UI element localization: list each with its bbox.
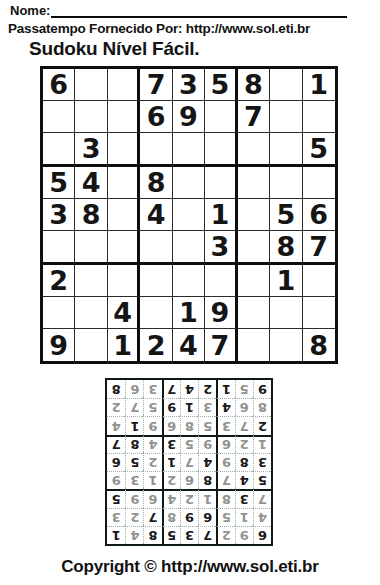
solution-cell: 7 xyxy=(216,471,234,489)
puzzle-cell: 8 xyxy=(270,231,302,265)
solution-cell: 9 xyxy=(216,453,234,471)
puzzle-cell xyxy=(173,265,205,297)
puzzle-cell: 8 xyxy=(75,199,107,231)
puzzle-cell xyxy=(205,133,237,167)
puzzle-cell: 8 xyxy=(238,69,270,101)
puzzle-cell xyxy=(270,69,302,101)
solution-cell: 9 xyxy=(162,398,180,416)
name-label: Nome: xyxy=(10,3,50,18)
puzzle-cell xyxy=(238,167,270,199)
puzzle-cell: 3 xyxy=(43,199,75,231)
puzzle-cell xyxy=(140,231,172,265)
solution-cell: 5 xyxy=(125,453,143,471)
solution-cell: 8 xyxy=(198,471,216,489)
puzzle-cell xyxy=(303,265,335,297)
puzzle-cell xyxy=(140,133,172,167)
solution-cell: 3 xyxy=(125,471,143,489)
puzzle-cell xyxy=(75,297,107,329)
solution-cell: 2 xyxy=(216,526,234,544)
solution-cell: 1 xyxy=(107,526,125,544)
solution-cell: 4 xyxy=(162,489,180,507)
name-underline xyxy=(51,3,347,18)
solution-cell: 1 xyxy=(125,416,143,434)
puzzle-cell xyxy=(75,265,107,297)
page-title: Sudoku Nível Fácil. xyxy=(29,38,199,60)
solution-cell: 2 xyxy=(125,508,143,526)
puzzle-cell xyxy=(108,101,140,133)
puzzle-cell: 3 xyxy=(205,231,237,265)
puzzle-cell xyxy=(173,133,205,167)
solution-cell: 8 xyxy=(143,526,161,544)
puzzle-cell xyxy=(270,101,302,133)
solution-cell: 5 xyxy=(235,380,253,398)
solution-cell: 8 xyxy=(216,489,234,507)
solution-cell: 8 xyxy=(235,453,253,471)
solution-cell: 3 xyxy=(216,416,234,434)
solution-cell: 2 xyxy=(162,471,180,489)
puzzle-cell xyxy=(43,231,75,265)
puzzle-cell xyxy=(108,199,140,231)
puzzle-cell: 8 xyxy=(140,167,172,199)
solution-cell: 2 xyxy=(235,435,253,453)
solution-cell: 5 xyxy=(107,489,125,507)
puzzle-cell xyxy=(108,265,140,297)
puzzle-cell: 7 xyxy=(303,231,335,265)
solution-cell: 4 xyxy=(216,398,234,416)
puzzle-cell xyxy=(43,101,75,133)
puzzle-cell: 2 xyxy=(43,265,75,297)
puzzle-cell: 9 xyxy=(173,101,205,133)
puzzle-cell xyxy=(108,231,140,265)
puzzle-cell xyxy=(75,101,107,133)
puzzle-cell: 7 xyxy=(205,329,237,361)
puzzle-cell xyxy=(238,265,270,297)
puzzle-cell xyxy=(43,297,75,329)
solution-cell: 3 xyxy=(143,380,161,398)
solution-cell: 6 xyxy=(180,471,198,489)
solution-cell: 5 xyxy=(143,398,161,416)
puzzle-cell: 7 xyxy=(140,69,172,101)
solution-cell: 3 xyxy=(180,526,198,544)
puzzle-cell xyxy=(75,69,107,101)
solution-cell: 9 xyxy=(235,526,253,544)
solution-cell: 1 xyxy=(198,489,216,507)
puzzle-cell: 6 xyxy=(43,69,75,101)
solution-cell: 7 xyxy=(162,380,180,398)
solution-cell: 5 xyxy=(180,435,198,453)
solution-cell: 7 xyxy=(253,489,271,507)
solution-cell: 2 xyxy=(198,380,216,398)
puzzle-cell xyxy=(108,167,140,199)
puzzle-cell: 1 xyxy=(270,265,302,297)
provider-line: Passatempo Fornecido Por: http://www.sol… xyxy=(8,21,310,36)
solution-cell: 5 xyxy=(253,471,271,489)
solution-cell: 2 xyxy=(143,453,161,471)
solution-cell: 1 xyxy=(180,398,198,416)
solution-cell: 6 xyxy=(143,489,161,507)
puzzle-cell: 9 xyxy=(43,329,75,361)
solution-cell: 3 xyxy=(235,489,253,507)
puzzle-cell: 5 xyxy=(205,69,237,101)
solution-cell: 4 xyxy=(125,526,143,544)
solution-cell: 6 xyxy=(107,453,125,471)
puzzle-cell: 9 xyxy=(205,297,237,329)
puzzle-cell: 4 xyxy=(173,329,205,361)
puzzle-cell xyxy=(140,297,172,329)
solution-cell: 3 xyxy=(198,398,216,416)
puzzle-cell xyxy=(270,133,302,167)
solution-cell: 8 xyxy=(107,380,125,398)
puzzle-cell xyxy=(205,101,237,133)
puzzle-cell xyxy=(173,167,205,199)
solution-cell: 7 xyxy=(107,435,125,453)
solution-cell: 9 xyxy=(198,435,216,453)
solution-cell: 7 xyxy=(180,453,198,471)
solution-cell: 4 xyxy=(235,471,253,489)
puzzle-cell: 6 xyxy=(140,101,172,133)
solution-cell: 7 xyxy=(125,398,143,416)
solution-cell: 6 xyxy=(162,416,180,434)
puzzle-cell: 7 xyxy=(238,101,270,133)
puzzle-cell xyxy=(173,231,205,265)
solution-cell: 1 xyxy=(216,380,234,398)
solution-cell: 5 xyxy=(198,416,216,434)
solution-cell: 6 xyxy=(235,398,253,416)
puzzle-cell xyxy=(108,69,140,101)
solution-cell: 9 xyxy=(143,416,161,434)
solution-cell: 1 xyxy=(162,453,180,471)
solution-cell: 8 xyxy=(125,435,143,453)
name-field-row: Nome: xyxy=(10,3,347,18)
puzzle-cell xyxy=(205,167,237,199)
puzzle-cell xyxy=(238,199,270,231)
puzzle-cell xyxy=(303,297,335,329)
worksheet-page: Nome: Passatempo Fornecido Por: http://w… xyxy=(0,0,380,585)
puzzle-cell: 4 xyxy=(108,297,140,329)
puzzle-cell xyxy=(238,329,270,361)
puzzle-cell xyxy=(303,167,335,199)
solution-cell: 8 xyxy=(162,508,180,526)
solution-cell: 4 xyxy=(253,508,271,526)
puzzle-cell xyxy=(108,133,140,167)
puzzle-cell xyxy=(75,329,107,361)
solution-cell: 2 xyxy=(107,398,125,416)
puzzle-cell xyxy=(303,101,335,133)
puzzle-cell: 6 xyxy=(303,199,335,231)
solution-cell: 9 xyxy=(180,508,198,526)
puzzle-cell: 2 xyxy=(140,329,172,361)
solution-cell: 3 xyxy=(162,435,180,453)
solution-cell: 7 xyxy=(143,508,161,526)
puzzle-cell: 3 xyxy=(75,133,107,167)
puzzle-cell xyxy=(238,297,270,329)
sudoku-solution-grid-rotated: 6927358414156987237381246955478621393894… xyxy=(105,378,273,546)
puzzle-cell: 5 xyxy=(43,167,75,199)
solution-cell: 2 xyxy=(180,489,198,507)
solution-cell: 4 xyxy=(198,453,216,471)
puzzle-cell xyxy=(43,133,75,167)
copyright-line: Copyright © http://www.sol.eti.br xyxy=(0,557,380,577)
puzzle-cell xyxy=(173,199,205,231)
puzzle-cell: 3 xyxy=(173,69,205,101)
puzzle-cell: 1 xyxy=(173,297,205,329)
puzzle-cell: 1 xyxy=(108,329,140,361)
solution-cell: 8 xyxy=(180,416,198,434)
solution-cell: 6 xyxy=(198,508,216,526)
puzzle-cell xyxy=(238,231,270,265)
solution-cell: 7 xyxy=(198,526,216,544)
puzzle-cell: 5 xyxy=(303,133,335,167)
solution-cell: 5 xyxy=(216,508,234,526)
solution-cell: 1 xyxy=(235,508,253,526)
solution-cell: 6 xyxy=(216,435,234,453)
puzzle-cell xyxy=(270,329,302,361)
puzzle-cell: 8 xyxy=(303,329,335,361)
sudoku-puzzle-grid: 6735816973554838415638721419912478 xyxy=(40,66,338,364)
solution-cell: 6 xyxy=(125,380,143,398)
puzzle-cell xyxy=(75,231,107,265)
puzzle-cell: 4 xyxy=(75,167,107,199)
puzzle-cell xyxy=(270,297,302,329)
puzzle-cell xyxy=(205,265,237,297)
puzzle-cell: 1 xyxy=(303,69,335,101)
puzzle-cell: 5 xyxy=(270,199,302,231)
puzzle-cell: 4 xyxy=(140,199,172,231)
puzzle-cell xyxy=(270,167,302,199)
puzzle-cell: 1 xyxy=(205,199,237,231)
puzzle-cell xyxy=(140,265,172,297)
solution-cell: 6 xyxy=(253,526,271,544)
solution-cell: 9 xyxy=(107,471,125,489)
solution-cell: 4 xyxy=(107,416,125,434)
solution-cell: 1 xyxy=(143,471,161,489)
solution-cell: 8 xyxy=(253,398,271,416)
solution-cell: 7 xyxy=(235,416,253,434)
solution-cell: 9 xyxy=(253,380,271,398)
solution-cell: 3 xyxy=(107,508,125,526)
solution-cell: 2 xyxy=(253,416,271,434)
solution-cell: 1 xyxy=(253,435,271,453)
solution-cell: 4 xyxy=(143,435,161,453)
solution-cell: 3 xyxy=(253,453,271,471)
puzzle-cell xyxy=(238,133,270,167)
solution-cell: 5 xyxy=(162,526,180,544)
solution-cell: 4 xyxy=(180,380,198,398)
solution-cell: 9 xyxy=(125,489,143,507)
